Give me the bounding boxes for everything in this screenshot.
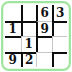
cell-r2c4[interactable] — [52, 21, 68, 37]
cell-r4c3[interactable] — [36, 52, 52, 68]
cell-r1c1[interactable] — [5, 5, 21, 21]
cell-r3c4[interactable] — [52, 36, 68, 52]
puzzle-board-frame: 6319192 — [1, 1, 71, 71]
cell-digit: 3 — [56, 7, 64, 19]
cell-r3c3[interactable] — [36, 36, 52, 52]
cell-r1c3[interactable]: 6 — [36, 5, 52, 21]
cell-digit: 2 — [25, 54, 33, 66]
cell-r3c2[interactable]: 1 — [21, 36, 37, 52]
cell-digit: 1 — [25, 38, 33, 50]
cell-r2c1[interactable]: 1 — [5, 21, 21, 37]
cell-digit: 9 — [41, 23, 49, 35]
cell-r1c4[interactable]: 3 — [52, 5, 68, 21]
cell-r1c2[interactable] — [21, 5, 37, 21]
cell-r4c2[interactable]: 2 — [21, 52, 37, 68]
puzzle-grid: 6319192 — [5, 5, 67, 67]
cell-r4c1[interactable]: 9 — [5, 52, 21, 68]
cell-r2c2[interactable] — [21, 21, 37, 37]
cell-r4c4[interactable] — [52, 52, 68, 68]
cell-digit: 6 — [41, 7, 49, 19]
cell-r3c1[interactable] — [5, 36, 21, 52]
cell-r2c3[interactable]: 9 — [36, 21, 52, 37]
cell-digit: 1 — [9, 23, 17, 35]
cell-digit: 9 — [9, 54, 17, 66]
